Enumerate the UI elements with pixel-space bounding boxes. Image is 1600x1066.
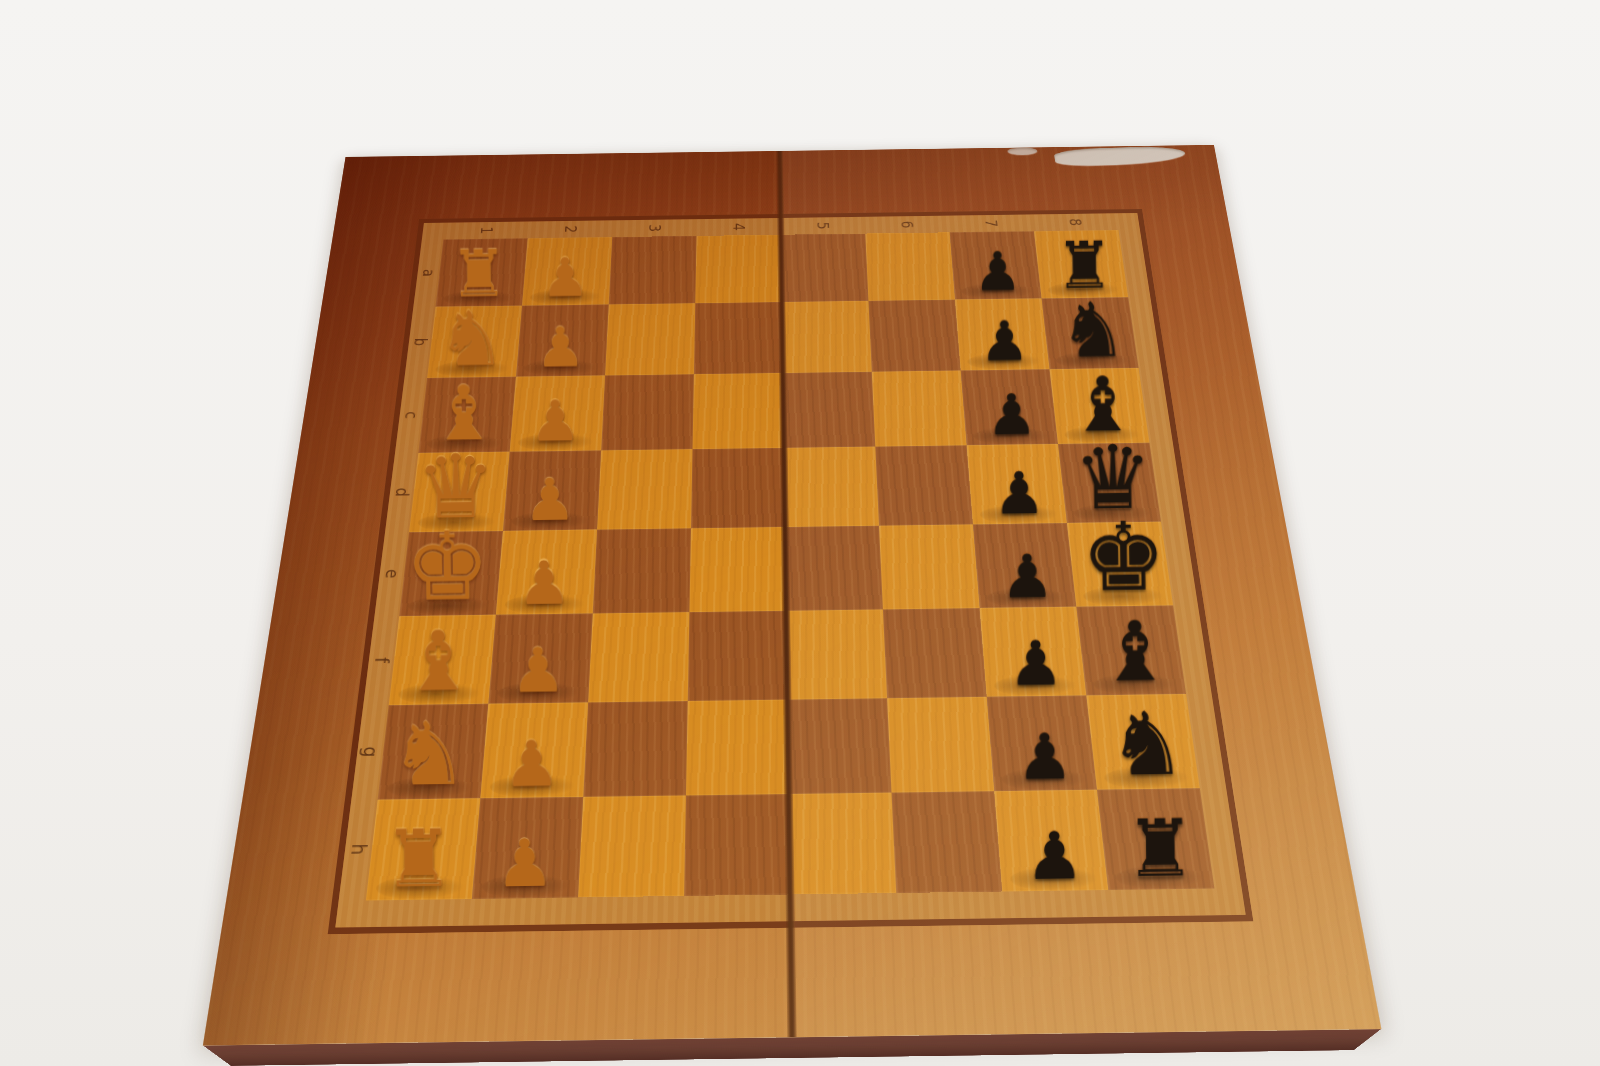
square-e4[interactable]	[689, 527, 786, 612]
piece-white-knight-g1: ♞	[389, 714, 468, 795]
square-g4[interactable]	[686, 700, 789, 796]
chessboard-photo: 12345678 abcdefgh ♜♟♟♜♞♟♟♞♝♟♟♝♛♟♟♛♚♟♟♚♝♟…	[285, 27, 1285, 1027]
wear-patch	[1053, 145, 1187, 166]
piece-black-rook-h8: ♜	[1124, 812, 1196, 886]
square-b6[interactable]	[868, 300, 960, 372]
file-label-a: a	[385, 264, 473, 282]
square-c5[interactable]	[783, 372, 875, 448]
wear-patch	[1007, 147, 1037, 155]
square-b2[interactable]: ♟	[516, 304, 609, 376]
piece-black-pawn-e7: ♟	[1000, 549, 1054, 605]
square-d3[interactable]	[597, 449, 692, 529]
piece-black-pawn-h7: ♟	[1025, 826, 1084, 887]
square-c4[interactable]	[693, 373, 784, 449]
folding-chessboard: 12345678 abcdefgh ♜♟♟♜♞♟♟♞♝♟♟♝♛♟♟♛♚♟♟♚♝♟…	[203, 145, 1381, 1046]
square-e3[interactable]	[593, 528, 691, 613]
rank-label-5: 5	[811, 193, 834, 258]
piece-white-rook-h1: ♜	[383, 822, 455, 896]
square-c7[interactable]: ♟	[961, 369, 1058, 445]
square-c2[interactable]: ♟	[510, 375, 605, 451]
square-h4[interactable]	[684, 794, 790, 896]
square-d4[interactable]	[691, 448, 785, 528]
square-h1[interactable]: ♜	[366, 798, 481, 900]
square-f6[interactable]	[883, 608, 987, 698]
square-g3[interactable]	[583, 701, 688, 797]
square-f8[interactable]: ♝	[1076, 605, 1186, 695]
square-e7[interactable]: ♟	[973, 523, 1076, 608]
square-h2[interactable]: ♟	[472, 797, 583, 899]
piece-black-knight-g8: ♞	[1108, 704, 1187, 785]
piece-white-king-e1: ♚	[404, 524, 490, 612]
square-f4[interactable]	[688, 611, 788, 701]
rank-label-7: 7	[977, 191, 1005, 256]
square-e1[interactable]: ♚	[399, 531, 503, 616]
piece-black-pawn-f7: ♟	[1008, 635, 1064, 692]
square-g6[interactable]	[887, 697, 994, 793]
square-d2[interactable]: ♟	[503, 450, 601, 531]
piece-black-bishop-f8: ♝	[1098, 614, 1173, 691]
piece-black-king-e8: ♚	[1081, 515, 1167, 603]
square-e5[interactable]	[785, 526, 883, 611]
square-d6[interactable]	[875, 445, 973, 525]
square-g7[interactable]: ♟	[987, 695, 1097, 791]
square-d5[interactable]	[784, 447, 879, 527]
square-e2[interactable]: ♟	[496, 530, 597, 615]
piece-black-pawn-c7: ♟	[986, 389, 1037, 442]
square-f1[interactable]: ♝	[389, 615, 496, 705]
square-f7[interactable]: ♟	[980, 607, 1087, 697]
square-h8[interactable]: ♜	[1097, 788, 1214, 890]
rank-label-6: 6	[894, 192, 920, 257]
piece-white-pawn-c2: ♟	[530, 396, 581, 449]
square-h3[interactable]	[578, 795, 686, 897]
piece-white-pawn-d2: ♟	[524, 473, 577, 527]
rank-label-4: 4	[728, 195, 750, 260]
file-label-c: c	[365, 405, 457, 425]
board-top-face: 12345678 abcdefgh ♜♟♟♜♞♟♟♞♝♟♟♝♛♟♟♛♚♟♟♚♝♟…	[203, 145, 1381, 1046]
square-g2[interactable]: ♟	[480, 702, 588, 798]
square-h5[interactable]	[789, 793, 896, 895]
rank-label-2: 2	[557, 197, 583, 263]
piece-white-pawn-f2: ♟	[510, 642, 566, 699]
rank-label-3: 3	[643, 196, 667, 262]
piece-black-knight-b8: ♞	[1059, 296, 1128, 366]
file-label-b: b	[375, 332, 465, 351]
square-g8[interactable]: ♞	[1086, 694, 1199, 790]
piece-white-pawn-h2: ♟	[495, 833, 554, 894]
piece-white-pawn-e2: ♟	[517, 555, 571, 611]
piece-black-pawn-d7: ♟	[993, 467, 1046, 521]
square-d7[interactable]: ♟	[967, 444, 1067, 524]
piece-white-pawn-b2: ♟	[535, 322, 585, 373]
square-g5[interactable]	[787, 698, 891, 794]
square-h6[interactable]	[892, 791, 1003, 893]
piece-white-pawn-g2: ♟	[503, 735, 561, 794]
square-b5[interactable]	[782, 301, 872, 373]
file-label-d: d	[354, 481, 449, 503]
square-h7[interactable]: ♟	[994, 790, 1108, 892]
square-e6[interactable]	[879, 524, 980, 609]
square-b8[interactable]: ♞	[1042, 297, 1139, 369]
page-background: 12345678 abcdefgh ♜♟♟♜♞♟♟♞♝♟♟♝♛♟♟♛♚♟♟♚♝♟…	[0, 0, 1600, 1066]
square-g1[interactable]: ♞	[378, 704, 489, 800]
square-e8[interactable]: ♚	[1067, 522, 1173, 607]
piece-black-pawn-g7: ♟	[1016, 728, 1074, 787]
piece-black-pawn-b7: ♟	[980, 316, 1030, 367]
square-b7[interactable]: ♟	[955, 298, 1050, 370]
piece-white-bishop-f1: ♝	[401, 624, 476, 701]
